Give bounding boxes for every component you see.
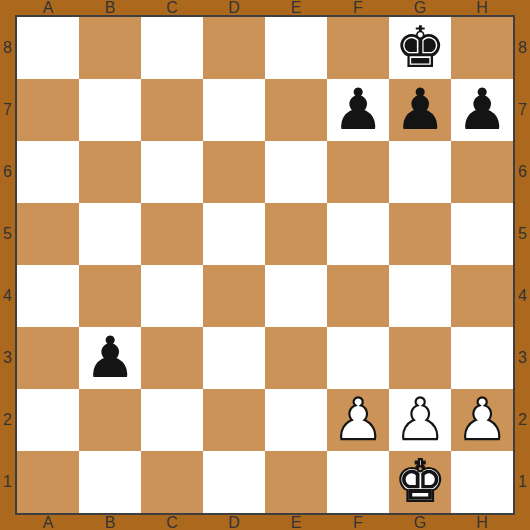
square-e7[interactable] [265, 79, 327, 141]
rank-label-right-8: 8 [515, 17, 530, 79]
square-g4[interactable] [389, 265, 451, 327]
file-label-top-e: E [265, 0, 327, 15]
chess-board: ♚♟♟♟♟♟♟♟♚ [15, 15, 515, 515]
file-label-bottom-d: D [203, 515, 265, 530]
square-f3[interactable] [327, 327, 389, 389]
file-label-bottom-e: E [265, 515, 327, 530]
piece-black-king-g8[interactable]: ♚ [394, 19, 445, 76]
file-label-bottom-f: F [327, 515, 389, 530]
piece-black-pawn-g7[interactable]: ♟ [394, 81, 445, 138]
square-d5[interactable] [203, 203, 265, 265]
square-f4[interactable] [327, 265, 389, 327]
square-b3[interactable]: ♟ [79, 327, 141, 389]
square-b7[interactable] [79, 79, 141, 141]
piece-white-pawn-f2[interactable]: ♟ [332, 391, 383, 448]
square-d3[interactable] [203, 327, 265, 389]
square-d4[interactable] [203, 265, 265, 327]
square-b4[interactable] [79, 265, 141, 327]
square-d7[interactable] [203, 79, 265, 141]
file-label-bottom-h: H [451, 515, 513, 530]
piece-black-pawn-f7[interactable]: ♟ [332, 81, 383, 138]
square-h2[interactable]: ♟ [451, 389, 513, 451]
square-h6[interactable] [451, 141, 513, 203]
square-e8[interactable] [265, 17, 327, 79]
piece-white-pawn-g2[interactable]: ♟ [394, 391, 445, 448]
square-g7[interactable]: ♟ [389, 79, 451, 141]
square-g1[interactable]: ♚ [389, 451, 451, 513]
square-b2[interactable] [79, 389, 141, 451]
rank-label-left-2: 2 [0, 389, 15, 451]
square-g3[interactable] [389, 327, 451, 389]
square-c1[interactable] [141, 451, 203, 513]
square-g5[interactable] [389, 203, 451, 265]
rank-label-right-3: 3 [515, 327, 530, 389]
square-f5[interactable] [327, 203, 389, 265]
rank-label-left-4: 4 [0, 265, 15, 327]
file-label-top-f: F [327, 0, 389, 15]
square-e2[interactable] [265, 389, 327, 451]
rank-labels-left: 87654321 [0, 17, 15, 513]
square-e3[interactable] [265, 327, 327, 389]
square-f6[interactable] [327, 141, 389, 203]
square-b8[interactable] [79, 17, 141, 79]
square-h4[interactable] [451, 265, 513, 327]
square-f1[interactable] [327, 451, 389, 513]
square-f2[interactable]: ♟ [327, 389, 389, 451]
file-label-bottom-b: B [79, 515, 141, 530]
rank-label-left-8: 8 [0, 17, 15, 79]
rank-label-right-5: 5 [515, 203, 530, 265]
piece-black-pawn-b3[interactable]: ♟ [84, 329, 135, 386]
square-f8[interactable] [327, 17, 389, 79]
file-label-bottom-g: G [389, 515, 451, 530]
rank-labels-right: 87654321 [515, 17, 530, 513]
square-d6[interactable] [203, 141, 265, 203]
square-c8[interactable] [141, 17, 203, 79]
file-label-top-c: C [141, 0, 203, 15]
file-label-top-d: D [203, 0, 265, 15]
square-a8[interactable] [17, 17, 79, 79]
file-label-top-h: H [451, 0, 513, 15]
square-a7[interactable] [17, 79, 79, 141]
rank-label-left-1: 1 [0, 451, 15, 513]
piece-white-king-g1[interactable]: ♚ [394, 453, 445, 510]
square-g6[interactable] [389, 141, 451, 203]
square-h5[interactable] [451, 203, 513, 265]
square-a2[interactable] [17, 389, 79, 451]
square-c2[interactable] [141, 389, 203, 451]
rank-label-left-5: 5 [0, 203, 15, 265]
square-a4[interactable] [17, 265, 79, 327]
square-h7[interactable]: ♟ [451, 79, 513, 141]
file-label-top-b: B [79, 0, 141, 15]
square-g2[interactable]: ♟ [389, 389, 451, 451]
square-c6[interactable] [141, 141, 203, 203]
square-g8[interactable]: ♚ [389, 17, 451, 79]
square-d1[interactable] [203, 451, 265, 513]
square-c7[interactable] [141, 79, 203, 141]
square-h8[interactable] [451, 17, 513, 79]
square-a6[interactable] [17, 141, 79, 203]
square-c3[interactable] [141, 327, 203, 389]
square-e1[interactable] [265, 451, 327, 513]
square-c5[interactable] [141, 203, 203, 265]
rank-label-right-6: 6 [515, 141, 530, 203]
square-d8[interactable] [203, 17, 265, 79]
piece-white-pawn-h2[interactable]: ♟ [456, 391, 507, 448]
file-label-bottom-a: A [17, 515, 79, 530]
rank-label-right-4: 4 [515, 265, 530, 327]
file-label-top-a: A [17, 0, 79, 15]
square-a1[interactable] [17, 451, 79, 513]
square-c4[interactable] [141, 265, 203, 327]
square-b1[interactable] [79, 451, 141, 513]
file-labels-bottom: ABCDEFGH [17, 515, 513, 530]
rank-label-left-3: 3 [0, 327, 15, 389]
square-h3[interactable] [451, 327, 513, 389]
rank-label-right-1: 1 [515, 451, 530, 513]
square-e4[interactable] [265, 265, 327, 327]
square-d2[interactable] [203, 389, 265, 451]
file-label-bottom-c: C [141, 515, 203, 530]
square-a3[interactable] [17, 327, 79, 389]
chess-diagram: ABCDEFGH ABCDEFGH 87654321 87654321 ♚♟♟♟… [0, 0, 530, 530]
square-a5[interactable] [17, 203, 79, 265]
square-b6[interactable] [79, 141, 141, 203]
piece-black-pawn-h7[interactable]: ♟ [456, 81, 507, 138]
square-b5[interactable] [79, 203, 141, 265]
rank-label-left-6: 6 [0, 141, 15, 203]
rank-label-right-7: 7 [515, 79, 530, 141]
rank-label-left-7: 7 [0, 79, 15, 141]
square-e5[interactable] [265, 203, 327, 265]
rank-label-right-2: 2 [515, 389, 530, 451]
square-e6[interactable] [265, 141, 327, 203]
square-f7[interactable]: ♟ [327, 79, 389, 141]
square-h1[interactable] [451, 451, 513, 513]
